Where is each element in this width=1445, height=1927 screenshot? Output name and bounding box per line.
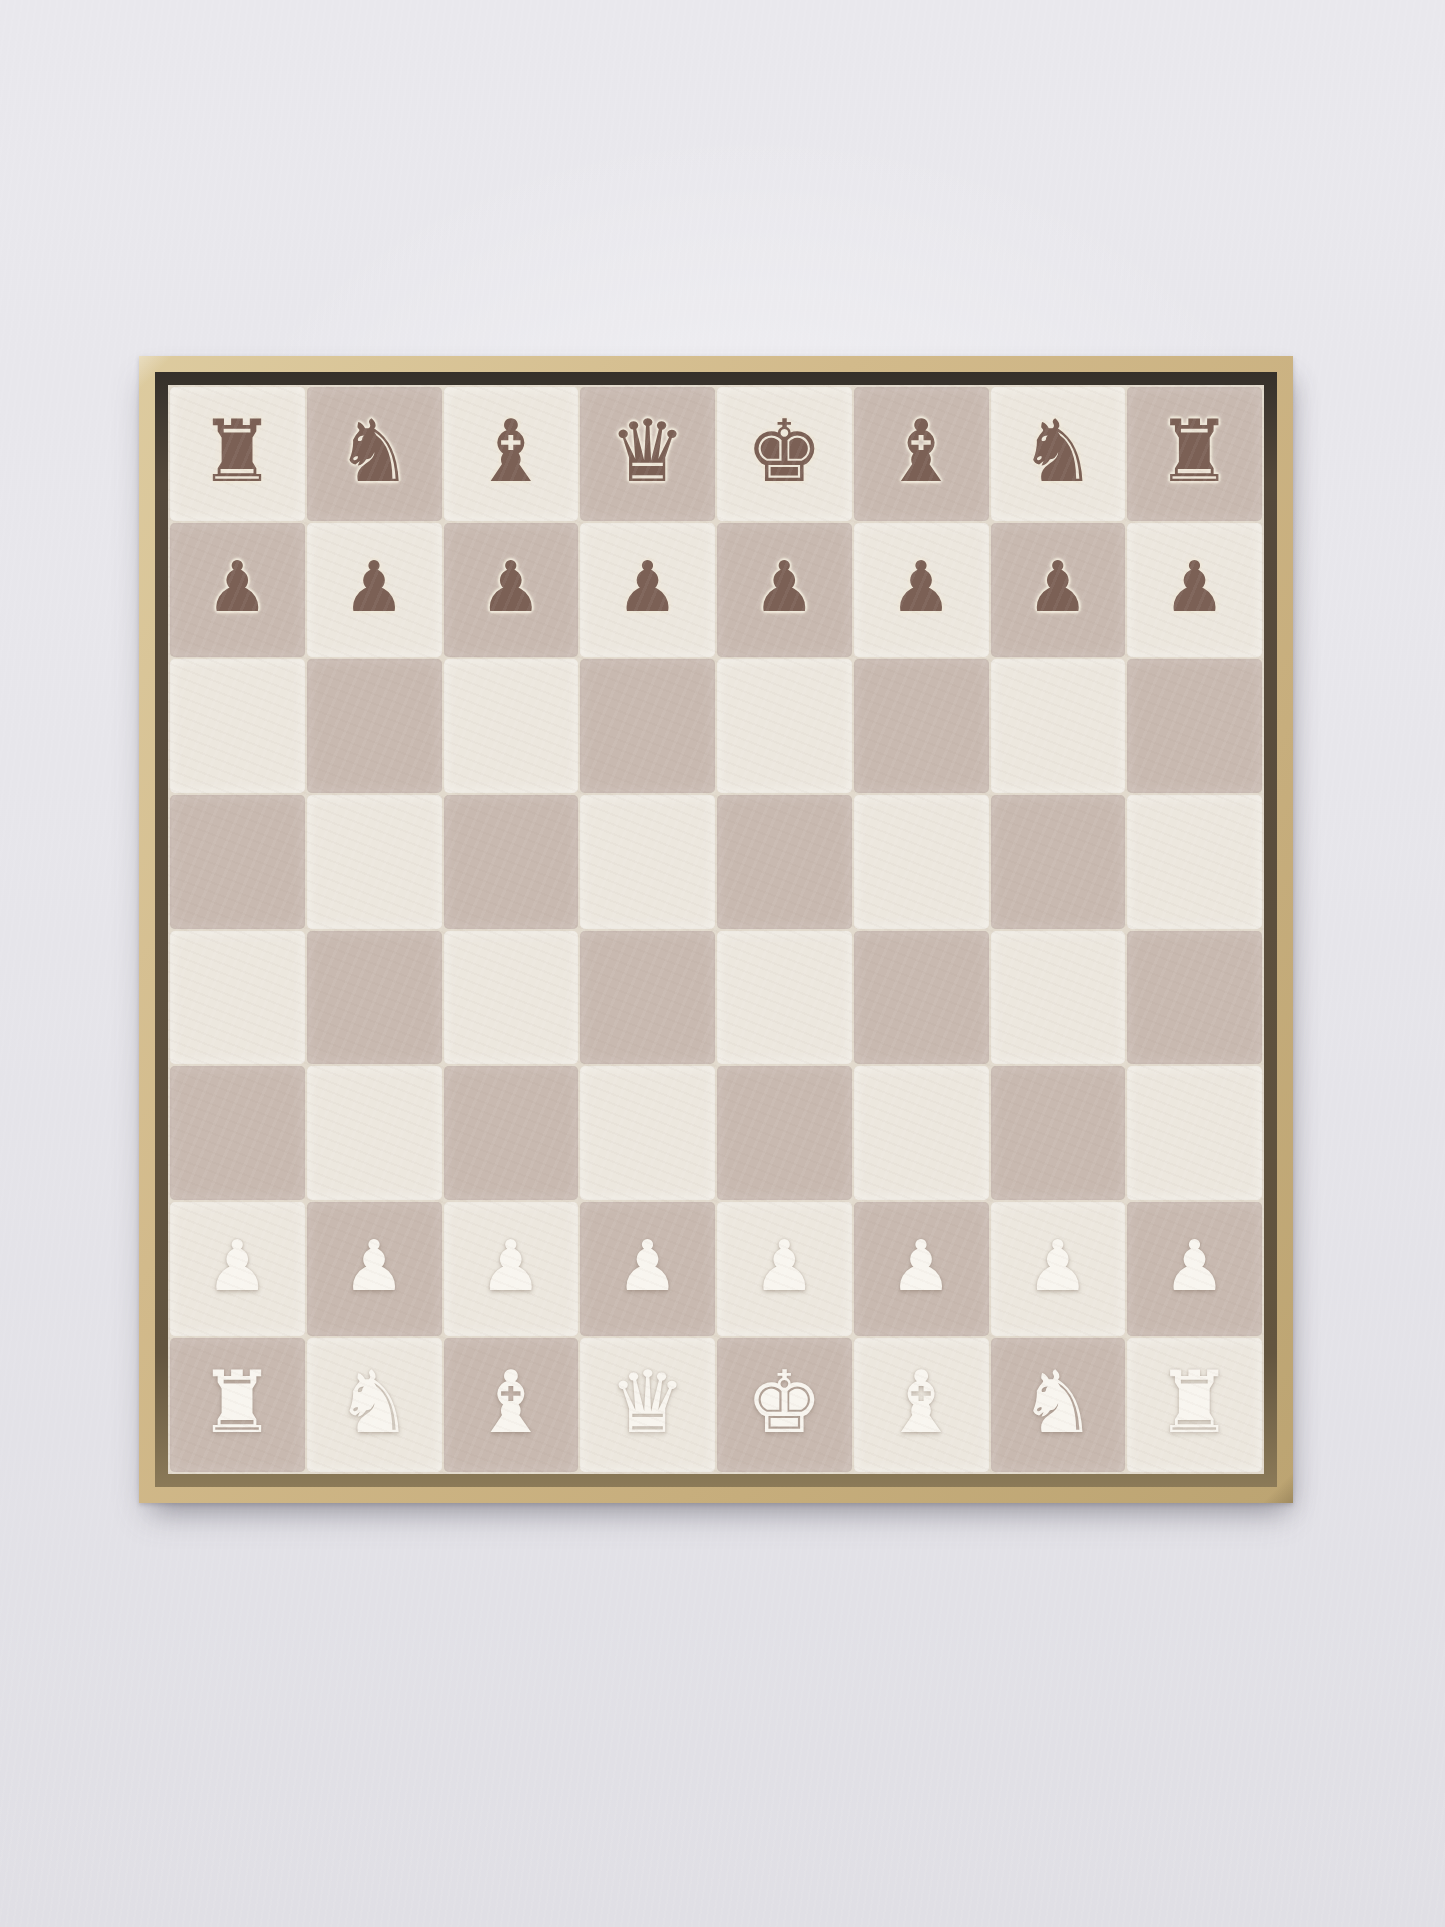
square-g8: ♞ (991, 387, 1126, 521)
square-b1: ♞ (307, 1338, 442, 1472)
white-queen-d1: ♛ (609, 1359, 686, 1445)
square-a7: ♟ (170, 523, 305, 657)
square-d1: ♛ (580, 1338, 715, 1472)
square-a8: ♜ (170, 387, 305, 521)
square-h6 (1127, 659, 1262, 793)
wall: { "game": "chess", "scene": { "descripti… (0, 0, 1445, 1927)
square-h1: ♜ (1127, 1338, 1262, 1472)
black-bishop-f8: ♝ (883, 408, 960, 494)
square-a6 (170, 659, 305, 793)
black-king-e8: ♚ (746, 408, 823, 494)
black-pawn-g7: ♟ (1026, 552, 1089, 622)
square-e8: ♚ (717, 387, 852, 521)
black-pawn-c7: ♟ (479, 552, 542, 622)
square-e7: ♟ (717, 523, 852, 657)
black-pawn-a7: ♟ (206, 552, 269, 622)
square-g7: ♟ (991, 523, 1126, 657)
square-h2: ♟ (1127, 1202, 1262, 1336)
square-e3 (717, 1066, 852, 1200)
square-a5 (170, 795, 305, 929)
square-e1: ♚ (717, 1338, 852, 1472)
square-f7: ♟ (854, 523, 989, 657)
black-rook-h8: ♜ (1156, 408, 1233, 494)
white-pawn-h2: ♟ (1163, 1231, 1226, 1301)
black-pawn-f7: ♟ (890, 552, 953, 622)
square-e5 (717, 795, 852, 929)
white-pawn-a2: ♟ (206, 1231, 269, 1301)
square-g5 (991, 795, 1126, 929)
square-h8: ♜ (1127, 387, 1262, 521)
square-d6 (580, 659, 715, 793)
square-d4 (580, 931, 715, 1065)
black-knight-g8: ♞ (1019, 408, 1096, 494)
square-b8: ♞ (307, 387, 442, 521)
square-f4 (854, 931, 989, 1065)
square-b4 (307, 931, 442, 1065)
square-d7: ♟ (580, 523, 715, 657)
picture-frame: ♜♞♝♛♚♝♞♜♟♟♟♟♟♟♟♟♟♟♟♟♟♟♟♟♜♞♝♛♚♝♞♜ (139, 356, 1293, 1503)
white-bishop-c1: ♝ (472, 1359, 549, 1445)
square-a4 (170, 931, 305, 1065)
square-c8: ♝ (444, 387, 579, 521)
square-c4 (444, 931, 579, 1065)
square-f2: ♟ (854, 1202, 989, 1336)
square-f5 (854, 795, 989, 929)
square-a1: ♜ (170, 1338, 305, 1472)
square-b5 (307, 795, 442, 929)
square-c1: ♝ (444, 1338, 579, 1472)
frame-float-gap: ♜♞♝♛♚♝♞♜♟♟♟♟♟♟♟♟♟♟♟♟♟♟♟♟♜♞♝♛♚♝♞♜ (155, 372, 1277, 1487)
white-rook-h1: ♜ (1156, 1359, 1233, 1445)
square-f3 (854, 1066, 989, 1200)
white-king-e1: ♚ (746, 1359, 823, 1445)
square-g2: ♟ (991, 1202, 1126, 1336)
white-pawn-e2: ♟ (753, 1231, 816, 1301)
square-g1: ♞ (991, 1338, 1126, 1472)
canvas: ♜♞♝♛♚♝♞♜♟♟♟♟♟♟♟♟♟♟♟♟♟♟♟♟♜♞♝♛♚♝♞♜ (168, 385, 1264, 1474)
square-b7: ♟ (307, 523, 442, 657)
square-c3 (444, 1066, 579, 1200)
black-rook-a8: ♜ (199, 408, 276, 494)
square-e6 (717, 659, 852, 793)
square-d5 (580, 795, 715, 929)
square-e4 (717, 931, 852, 1065)
white-pawn-c2: ♟ (479, 1231, 542, 1301)
square-b3 (307, 1066, 442, 1200)
square-h7: ♟ (1127, 523, 1262, 657)
white-rook-a1: ♜ (199, 1359, 276, 1445)
square-g3 (991, 1066, 1126, 1200)
square-e2: ♟ (717, 1202, 852, 1336)
square-f8: ♝ (854, 387, 989, 521)
black-pawn-e7: ♟ (753, 552, 816, 622)
square-f1: ♝ (854, 1338, 989, 1472)
black-queen-d8: ♛ (609, 408, 686, 494)
square-c7: ♟ (444, 523, 579, 657)
white-pawn-g2: ♟ (1026, 1231, 1089, 1301)
square-b6 (307, 659, 442, 793)
black-pawn-b7: ♟ (343, 552, 406, 622)
white-pawn-d2: ♟ (616, 1231, 679, 1301)
square-c2: ♟ (444, 1202, 579, 1336)
square-g6 (991, 659, 1126, 793)
square-d8: ♛ (580, 387, 715, 521)
square-h4 (1127, 931, 1262, 1065)
square-d2: ♟ (580, 1202, 715, 1336)
white-pawn-b2: ♟ (343, 1231, 406, 1301)
white-pawn-f2: ♟ (890, 1231, 953, 1301)
square-h5 (1127, 795, 1262, 929)
square-h3 (1127, 1066, 1262, 1200)
square-d3 (580, 1066, 715, 1200)
square-c6 (444, 659, 579, 793)
square-c5 (444, 795, 579, 929)
black-pawn-h7: ♟ (1163, 552, 1226, 622)
white-knight-b1: ♞ (336, 1359, 413, 1445)
square-f6 (854, 659, 989, 793)
square-g4 (991, 931, 1126, 1065)
square-a2: ♟ (170, 1202, 305, 1336)
square-b2: ♟ (307, 1202, 442, 1336)
black-pawn-d7: ♟ (616, 552, 679, 622)
black-knight-b8: ♞ (336, 408, 413, 494)
white-knight-g1: ♞ (1019, 1359, 1096, 1445)
square-a3 (170, 1066, 305, 1200)
black-bishop-c8: ♝ (472, 408, 549, 494)
white-bishop-f1: ♝ (883, 1359, 960, 1445)
